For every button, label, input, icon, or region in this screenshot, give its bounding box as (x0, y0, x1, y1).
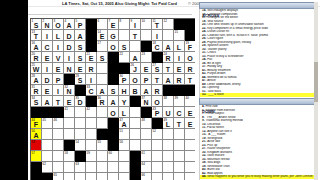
cell-letter: E (53, 65, 63, 74)
cell-r12c7[interactable]: 55 (97, 140, 108, 151)
cell-r2c11[interactable] (141, 30, 152, 41)
cell-r11c13[interactable] (163, 129, 174, 140)
cell-letter: I (130, 21, 140, 30)
cell-r10c4[interactable] (64, 118, 75, 129)
cell-letter: R (152, 87, 162, 96)
cell-r9c9[interactable]: L (119, 107, 130, 118)
clue-number: 53 (32, 140, 35, 144)
cell-r15c9[interactable] (119, 173, 130, 180)
cell-r8c15[interactable]: 40 (185, 96, 195, 107)
cell-letter: L (174, 43, 184, 52)
clue-number: 52 (153, 129, 156, 133)
cell-r15c3[interactable]: 65 (53, 173, 64, 180)
cell-r7c8[interactable]: S (108, 85, 119, 96)
cell-r7c12[interactable]: R (152, 85, 163, 96)
cell-r13c9[interactable] (119, 151, 130, 162)
cell-r3c9[interactable]: S (119, 41, 130, 52)
cell-r1c13[interactable]: 12 (163, 19, 174, 30)
cell-r2c7[interactable]: 14E (97, 30, 108, 41)
cell-r5c7[interactable] (97, 63, 108, 74)
cell-r6c10[interactable]: O (130, 74, 141, 85)
crossword-grid-cells: 1S2N3O4A5P67E89I1011T1213TILDA14EGTI1516… (30, 18, 195, 180)
cell-r1c9[interactable]: 8 (119, 19, 130, 30)
cell-r8c14[interactable]: 39 (174, 96, 185, 107)
cell-r3c15[interactable]: 19F (185, 41, 195, 52)
cell-letter: I (64, 54, 74, 63)
clue-num-label: 53. (202, 93, 207, 96)
cell-r8c10 (130, 96, 141, 107)
cell-r11c5[interactable] (75, 129, 86, 140)
cell-r9c4[interactable]: 41 (64, 107, 75, 118)
cell-r12c12[interactable] (152, 140, 163, 151)
cell-r11c10[interactable] (130, 129, 141, 140)
cell-r14c14[interactable] (174, 162, 185, 173)
cell-r10c13[interactable]: 49L (163, 118, 174, 129)
cell-r12c5[interactable]: 54 (75, 140, 86, 151)
cell-r3c10[interactable] (130, 41, 141, 52)
cell-r13c2[interactable] (42, 151, 53, 162)
cell-r4c6[interactable]: 21E (86, 52, 97, 63)
cell-r12c6[interactable] (86, 140, 97, 151)
cell-r8c3[interactable]: T (53, 96, 64, 107)
cell-r15c5[interactable] (75, 173, 86, 180)
cell-r6c15[interactable]: T (185, 74, 195, 85)
cell-r14c7[interactable] (97, 162, 108, 173)
cell-r11c9[interactable]: 51 (119, 129, 130, 140)
cell-letter: D (64, 32, 74, 41)
cell-letter: P (119, 76, 129, 85)
cell-r1c12[interactable]: 11T (152, 19, 163, 30)
down-clue-44[interactable]: 44. What happens to you while you're bus… (200, 175, 318, 179)
cell-r5c12[interactable]: 27S (152, 63, 163, 74)
cell-r10c2[interactable]: 45 (42, 118, 53, 129)
clue-number: 60 (109, 151, 112, 155)
cell-r7c14 (174, 85, 185, 96)
cell-r6c3[interactable]: P (53, 74, 64, 85)
cell-r8c11[interactable]: 37N (141, 96, 152, 107)
puzzle-title: LA Times, Sat, Oct 15, 2005 Also Giving … (62, 1, 177, 6)
cell-r5c15[interactable]: R (185, 63, 195, 74)
cell-r11c3[interactable] (53, 129, 64, 140)
cell-r10c7[interactable] (97, 118, 108, 129)
cell-r15c2 (42, 173, 53, 180)
clue-number: 51 (120, 129, 123, 133)
cell-r5c14[interactable]: E (174, 63, 185, 74)
clue-number: 59 (87, 151, 90, 155)
cell-letter: L (53, 32, 63, 41)
cell-r9c11 (141, 107, 152, 118)
cell-letter: S (108, 87, 118, 96)
cell-r5c4[interactable]: N (64, 63, 75, 74)
cell-r7c3[interactable]: I (53, 85, 64, 96)
across-lite-app: { "window": { "title_left": "LA Times, S… (0, 0, 320, 180)
cell-r7c11[interactable]: A (141, 85, 152, 96)
clue-num-label: 44. (202, 175, 207, 178)
cell-r12c9[interactable]: 56 (119, 140, 130, 151)
cell-r6c5[interactable]: 29S (75, 74, 86, 85)
cell-r1c1[interactable]: 1S (31, 19, 42, 30)
clue-number: 22 (120, 52, 123, 56)
cell-r11c2[interactable] (42, 129, 53, 140)
cell-letter: O (53, 21, 63, 30)
cell-r6c6[interactable]: I (86, 74, 97, 85)
cell-letter: N (141, 98, 151, 107)
cell-r9c8[interactable]: O (108, 107, 119, 118)
cell-r5c8 (108, 63, 119, 74)
cell-r5c11[interactable]: E (141, 63, 152, 74)
cell-r12c13[interactable] (163, 140, 174, 151)
cell-letter: S (75, 43, 85, 52)
cell-r15c7[interactable] (97, 173, 108, 180)
cell-r11c7 (97, 129, 108, 140)
cell-r6c9[interactable]: 30P (119, 74, 130, 85)
cell-r10c6[interactable] (86, 118, 97, 129)
cell-r6c2[interactable]: D (42, 74, 53, 85)
cell-r4c8 (108, 52, 119, 63)
cell-r10c1[interactable]: 44F (31, 118, 42, 129)
app-window: LA Times, Sat, Oct 15, 2005 Also Giving … (28, 0, 320, 180)
cell-r15c14[interactable] (174, 173, 185, 180)
cell-r4c4[interactable]: I (64, 52, 75, 63)
cell-r4c1[interactable]: 20R (31, 52, 42, 63)
cell-r4c7[interactable]: S (97, 52, 108, 63)
cell-letter: S (75, 54, 85, 63)
cell-r15c12[interactable] (152, 173, 163, 180)
cell-r13c4[interactable]: 58 (64, 151, 75, 162)
cell-r6c14[interactable]: R (174, 74, 185, 85)
cell-r1c5[interactable]: 5P (75, 19, 86, 30)
cell-r12c4 (64, 140, 75, 151)
clue-number: 54 (76, 140, 79, 144)
cell-r14c8[interactable] (108, 162, 119, 173)
cell-r4c11[interactable]: 23 (141, 52, 152, 63)
cell-letter: Y (119, 98, 129, 107)
cell-r2c4[interactable]: D (64, 30, 75, 41)
cell-r11c15[interactable] (185, 129, 195, 140)
cell-letter: T (152, 21, 162, 30)
cell-r14c12[interactable] (152, 162, 163, 173)
cell-r13c14[interactable] (174, 151, 185, 162)
clue-number: 10 (142, 19, 145, 23)
clue-number: 39 (175, 96, 178, 100)
cell-r14c3[interactable] (53, 162, 64, 173)
cell-r5c10[interactable]: 26J (130, 63, 141, 74)
cell-r6c7[interactable] (97, 74, 108, 85)
down-pane-header: DOWN (199, 98, 318, 105)
clue-number: 65 (54, 173, 57, 177)
cell-letter: A (75, 32, 85, 41)
clue-number: 6 (98, 19, 100, 23)
cell-r9c10[interactable] (130, 107, 141, 118)
cell-r10c15[interactable]: E (185, 118, 195, 129)
cell-r11c6[interactable] (86, 129, 97, 140)
cell-r14c4[interactable] (64, 162, 75, 173)
cell-letter: I (53, 43, 63, 52)
cell-r2c9[interactable] (119, 30, 130, 41)
cell-r2c5[interactable]: A (75, 30, 86, 41)
cell-r12c2[interactable] (42, 140, 53, 151)
cell-r15c11[interactable]: 66 (141, 173, 152, 180)
cell-r5c6[interactable]: R (86, 63, 97, 74)
cell-r5c5[interactable]: E (75, 63, 86, 74)
cell-r4c3[interactable]: V (53, 52, 64, 63)
cell-r1c11[interactable]: 10 (141, 19, 152, 30)
clue-number: 63 (76, 162, 79, 166)
cell-r13c1[interactable]: 57 (31, 151, 42, 162)
cell-r10c10[interactable] (130, 118, 141, 129)
cell-letter: R (86, 65, 96, 74)
cell-r2c8[interactable]: G (108, 30, 119, 41)
clue-number: 64 (142, 162, 145, 166)
cell-letter: N (42, 21, 52, 30)
cell-letter: E (185, 120, 195, 129)
across-clue-list[interactable]: 14. Self-indulgent displays16. Corrosive… (199, 9, 318, 98)
cell-r7c1[interactable]: 31R (31, 85, 42, 96)
cell-r6c13[interactable]: A (163, 74, 174, 85)
cell-r14c11[interactable]: 64 (141, 162, 152, 173)
cell-letter: A (42, 98, 52, 107)
clue-number: 41 (65, 107, 68, 111)
cell-r8c1[interactable]: 34S (31, 96, 42, 107)
cell-r5c13[interactable]: T (163, 63, 174, 74)
cell-letter: T (130, 32, 140, 41)
cell-r14c10 (130, 162, 141, 173)
clue-number: 62 (43, 162, 46, 166)
cell-r9c14[interactable]: C (174, 107, 185, 118)
cell-letter: B (130, 87, 140, 96)
cell-r14c9[interactable] (119, 162, 130, 173)
cell-letter: T (53, 98, 63, 107)
cell-r13c7[interactable] (97, 151, 108, 162)
cell-letter: A (163, 76, 173, 85)
cell-r2c13[interactable] (163, 30, 174, 41)
cell-r10c9[interactable]: 47A (119, 118, 130, 129)
cell-letter: R (163, 54, 173, 63)
cell-r3c13[interactable]: A (163, 41, 174, 52)
cell-r7c10[interactable]: B (130, 85, 141, 96)
cell-letter: N (64, 87, 74, 96)
cell-r11c11[interactable] (141, 129, 152, 140)
cell-r6c4 (64, 74, 75, 85)
cell-r3c12[interactable]: 18C (152, 41, 163, 52)
cell-r3c7[interactable]: 17 (97, 41, 108, 52)
cell-letter: F (185, 43, 195, 52)
cell-letter: P (141, 76, 151, 85)
cell-r15c8[interactable] (108, 173, 119, 180)
cell-r7c2[interactable]: E (42, 85, 53, 96)
cell-r5c3[interactable]: E (53, 63, 64, 74)
down-clue-list[interactable]: 4. First-rate5. Respite from exertion7. … (199, 105, 318, 180)
cell-r4c14[interactable]: I (174, 52, 185, 63)
cell-r11c1[interactable]: 50A (31, 129, 42, 140)
cell-r1c4[interactable]: 4A (64, 19, 75, 30)
cell-r13c8[interactable]: 60 (108, 151, 119, 162)
cell-r7c9[interactable]: H (119, 85, 130, 96)
cell-letter: T (185, 76, 195, 85)
cell-r9c5[interactable] (75, 107, 86, 118)
cell-r10c11[interactable]: 48 (141, 118, 152, 129)
cell-r11c4[interactable] (64, 129, 75, 140)
cell-r7c6[interactable]: 33C (86, 85, 97, 96)
cell-r14c2[interactable]: 62 (42, 162, 53, 173)
cell-r10c3[interactable]: 46 (53, 118, 64, 129)
cell-r10c12 (152, 118, 163, 129)
cell-r8c2[interactable]: A (42, 96, 53, 107)
cell-r8c9[interactable]: Y (119, 96, 130, 107)
cell-r4c5[interactable]: S (75, 52, 86, 63)
cell-letter: V (53, 54, 63, 63)
cell-r1c7[interactable]: 6 (97, 19, 108, 30)
cell-r12c10[interactable] (130, 140, 141, 151)
cell-r1c10[interactable]: 9I (130, 19, 141, 30)
clue-number: 40 (186, 96, 189, 100)
cell-letter: E (141, 65, 151, 74)
cell-letter: C (86, 87, 96, 96)
cell-r3c11 (141, 41, 152, 52)
clue-number: 46 (54, 118, 57, 122)
cell-letter: E (108, 21, 118, 30)
cell-r11c14[interactable] (174, 129, 185, 140)
cell-r3c3[interactable]: I (53, 41, 64, 52)
cell-r9c6[interactable]: 42 (86, 107, 97, 118)
cell-letter: I (42, 32, 52, 41)
cell-letter: O (130, 76, 140, 85)
clue-number: 12 (164, 19, 167, 23)
cell-r6c11[interactable]: P (141, 74, 152, 85)
cell-r3c4[interactable]: D (64, 41, 75, 52)
cell-r8c4[interactable]: E (64, 96, 75, 107)
cell-r2c3[interactable]: L (53, 30, 64, 41)
cell-letter: I (174, 54, 184, 63)
cell-r5c1[interactable]: 25W (31, 63, 42, 74)
cell-r11c8 (108, 129, 119, 140)
cell-r9c15[interactable]: E (185, 107, 195, 118)
cell-r12c14[interactable] (174, 140, 185, 151)
cell-r14c13[interactable] (163, 162, 174, 173)
cell-letter: C (152, 43, 162, 52)
cell-r2c12[interactable]: I (152, 30, 163, 41)
cell-r4c10[interactable]: A (130, 52, 141, 63)
menu-bar: View Scroll (28, 7, 192, 15)
cell-r2c1[interactable]: 13T (31, 30, 42, 41)
cell-r1c3[interactable]: 3O (53, 19, 64, 30)
across-clue-53[interactable]: 53. "___ a toast" (200, 93, 318, 97)
cell-letter: N (64, 65, 74, 74)
cell-r4c12 (152, 52, 163, 63)
cell-r10c14[interactable]: T (174, 118, 185, 129)
cell-r15c15[interactable] (185, 173, 195, 180)
cell-r1c8[interactable]: 7E (108, 19, 119, 30)
cell-r3c8[interactable]: O (108, 41, 119, 52)
clue-number: 15 (175, 30, 178, 34)
cell-r12c11[interactable] (141, 140, 152, 151)
cell-letter: S (97, 54, 107, 63)
cell-r9c12[interactable]: 43P (152, 107, 163, 118)
cell-r14c15[interactable] (185, 162, 195, 173)
cell-r8c6 (86, 96, 97, 107)
cell-r1c2[interactable]: 2N (42, 19, 53, 30)
cell-r2c6 (86, 30, 97, 41)
cell-r14c1 (31, 162, 42, 173)
cell-r4c2[interactable]: E (42, 52, 53, 63)
cell-r8c8[interactable]: A (108, 96, 119, 107)
cell-letter: T (163, 65, 173, 74)
cell-r2c10[interactable]: T (130, 30, 141, 41)
cell-r8c12[interactable]: O (152, 96, 163, 107)
clue-number: 45 (43, 118, 46, 122)
cell-r13c13[interactable] (163, 151, 174, 162)
cell-r15c1 (31, 173, 42, 180)
clue-scrollbar[interactable] (314, 2, 318, 180)
cell-r14c6[interactable] (86, 162, 97, 173)
cell-r1c6 (86, 19, 97, 30)
cell-r13c3[interactable] (53, 151, 64, 162)
clue-number: 66 (142, 173, 145, 177)
cell-r3c1[interactable]: 16A (31, 41, 42, 52)
clue-number: 55 (98, 140, 101, 144)
cell-r14c5[interactable]: 63 (75, 162, 86, 173)
clue-scrollbar-thumb[interactable] (314, 62, 318, 102)
cell-r6c12[interactable]: T (152, 74, 163, 85)
cell-r3c14[interactable]: L (174, 41, 185, 52)
cell-letter: E (185, 109, 195, 118)
cell-letter: R (185, 65, 195, 74)
cell-r15c13[interactable] (163, 173, 174, 180)
cell-r6c1[interactable]: 28A (31, 74, 42, 85)
clue-number: 57 (32, 151, 35, 155)
cell-letter: P (53, 76, 63, 85)
cell-r9c13[interactable]: U (163, 107, 174, 118)
cell-r15c10 (130, 173, 141, 180)
cell-r15c4[interactable] (64, 173, 75, 180)
clue-number: 61 (142, 151, 145, 155)
clue-panel: ACROSS 14. Self-indulgent displays16. Co… (199, 2, 318, 180)
cell-r11c12[interactable]: 52 (152, 129, 163, 140)
cell-r9c7[interactable] (97, 107, 108, 118)
cell-r7c4[interactable]: 32N (64, 85, 75, 96)
cell-r8c7[interactable]: 36R (97, 96, 108, 107)
cell-r2c15 (185, 30, 195, 41)
cell-r10c5[interactable] (75, 118, 86, 129)
cell-r2c14[interactable]: 15 (174, 30, 185, 41)
cell-r15c6[interactable] (86, 173, 97, 180)
cell-r4c13[interactable]: 24R (163, 52, 174, 63)
cell-r13c12[interactable] (152, 151, 163, 162)
cell-r9c1 (31, 107, 42, 118)
cell-r13c6[interactable]: 59 (86, 151, 97, 162)
cell-r5c9 (119, 63, 130, 74)
cell-letter: E (42, 87, 52, 96)
cell-r12c1[interactable]: 53 (31, 140, 42, 151)
cell-r13c15[interactable] (185, 151, 195, 162)
cell-letter: S (75, 76, 85, 85)
cell-r8c5[interactable]: 35D (75, 96, 86, 107)
cell-r8c13[interactable]: 38 (163, 96, 174, 107)
cell-r4c15[interactable]: O (185, 52, 195, 63)
cell-r4c9[interactable]: 22 (119, 52, 130, 63)
cell-r13c11[interactable]: 61 (141, 151, 152, 162)
cell-r7c7[interactable]: A (97, 85, 108, 96)
cell-r12c15[interactable] (185, 140, 195, 151)
cell-r3c2[interactable]: C (42, 41, 53, 52)
cell-r3c5[interactable]: S (75, 41, 86, 52)
cell-r2c2[interactable]: I (42, 30, 53, 41)
cell-r7c13 (163, 85, 174, 96)
clue-number: 56 (120, 140, 123, 144)
cell-r5c2[interactable]: I (42, 63, 53, 74)
cell-r12c3[interactable] (53, 140, 64, 151)
cell-letter: S (31, 98, 41, 107)
